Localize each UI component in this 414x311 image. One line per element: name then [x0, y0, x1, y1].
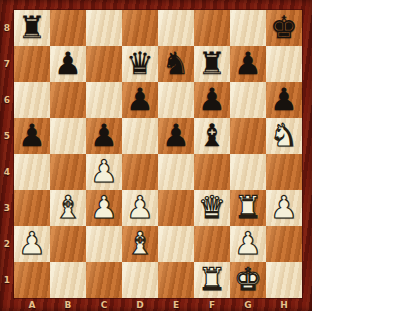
file-label-a: A — [14, 298, 50, 311]
white-queen-f3[interactable]: ♛ — [194, 189, 230, 225]
square-a2[interactable]: ♟ — [14, 226, 50, 262]
square-f6[interactable]: ♟ — [194, 82, 230, 118]
square-a5[interactable]: ♟ — [14, 118, 50, 154]
square-h7[interactable] — [266, 46, 302, 82]
black-pawn-g7[interactable]: ♟ — [230, 45, 266, 81]
square-b5[interactable] — [50, 118, 86, 154]
file-label-f: F — [194, 298, 230, 311]
square-g1[interactable]: ♚ — [230, 262, 266, 298]
square-g3[interactable]: ♜ — [230, 190, 266, 226]
white-pawn-g2[interactable]: ♟ — [230, 225, 266, 261]
screenshot: 87654321 ♜♚♟♛♞♜♟♟♟♟♟♟♟♝♞♟♝♟♟♛♜♟♟♝♟♜♚ ABC… — [0, 0, 414, 311]
rank-label-7: 7 — [0, 46, 14, 82]
square-f5[interactable]: ♝ — [194, 118, 230, 154]
rank-label-3: 3 — [0, 190, 14, 226]
square-h1[interactable] — [266, 262, 302, 298]
square-g2[interactable]: ♟ — [230, 226, 266, 262]
square-g4[interactable] — [230, 154, 266, 190]
square-d8[interactable] — [122, 10, 158, 46]
square-g7[interactable]: ♟ — [230, 46, 266, 82]
square-c6[interactable] — [86, 82, 122, 118]
square-c4[interactable]: ♟ — [86, 154, 122, 190]
square-h8[interactable]: ♚ — [266, 10, 302, 46]
square-e3[interactable] — [158, 190, 194, 226]
white-rook-f1[interactable]: ♜ — [194, 261, 230, 297]
square-a7[interactable] — [14, 46, 50, 82]
square-a3[interactable] — [14, 190, 50, 226]
black-pawn-e5[interactable]: ♟ — [158, 117, 194, 153]
file-label-g: G — [230, 298, 266, 311]
square-a8[interactable]: ♜ — [14, 10, 50, 46]
square-c5[interactable]: ♟ — [86, 118, 122, 154]
square-f2[interactable] — [194, 226, 230, 262]
rank-label-5: 5 — [0, 118, 14, 154]
square-h3[interactable]: ♟ — [266, 190, 302, 226]
square-c7[interactable] — [86, 46, 122, 82]
black-pawn-c5[interactable]: ♟ — [86, 117, 122, 153]
white-king-g1[interactable]: ♚ — [230, 261, 266, 297]
square-d3[interactable]: ♟ — [122, 190, 158, 226]
square-g8[interactable] — [230, 10, 266, 46]
white-pawn-h3[interactable]: ♟ — [266, 189, 302, 225]
white-knight-h5[interactable]: ♞ — [266, 117, 302, 153]
file-label-d: D — [122, 298, 158, 311]
square-e4[interactable] — [158, 154, 194, 190]
square-e5[interactable]: ♟ — [158, 118, 194, 154]
square-e1[interactable] — [158, 262, 194, 298]
white-pawn-c3[interactable]: ♟ — [86, 189, 122, 225]
rank-label-2: 2 — [0, 226, 14, 262]
black-king-h8[interactable]: ♚ — [266, 9, 302, 45]
square-b6[interactable] — [50, 82, 86, 118]
square-d7[interactable]: ♛ — [122, 46, 158, 82]
black-pawn-h6[interactable]: ♟ — [266, 81, 302, 117]
white-bishop-d2[interactable]: ♝ — [122, 225, 158, 261]
square-c1[interactable] — [86, 262, 122, 298]
square-d2[interactable]: ♝ — [122, 226, 158, 262]
black-pawn-a5[interactable]: ♟ — [14, 117, 50, 153]
square-e7[interactable]: ♞ — [158, 46, 194, 82]
black-queen-d7[interactable]: ♛ — [122, 45, 158, 81]
square-e2[interactable] — [158, 226, 194, 262]
black-rook-f7[interactable]: ♜ — [194, 45, 230, 81]
black-bishop-f5[interactable]: ♝ — [194, 117, 230, 153]
square-b3[interactable]: ♝ — [50, 190, 86, 226]
square-b4[interactable] — [50, 154, 86, 190]
square-g6[interactable] — [230, 82, 266, 118]
page-background — [312, 0, 414, 311]
chessboard-frame: 87654321 ♜♚♟♛♞♜♟♟♟♟♟♟♟♝♞♟♝♟♟♛♜♟♟♝♟♜♚ ABC… — [0, 0, 312, 311]
black-pawn-f6[interactable]: ♟ — [194, 81, 230, 117]
white-pawn-a2[interactable]: ♟ — [14, 225, 50, 261]
rank-label-4: 4 — [0, 154, 14, 190]
square-a6[interactable] — [14, 82, 50, 118]
white-pawn-c4[interactable]: ♟ — [86, 153, 122, 189]
square-h4[interactable] — [266, 154, 302, 190]
rank-labels: 87654321 — [0, 10, 14, 298]
square-h2[interactable] — [266, 226, 302, 262]
square-c3[interactable]: ♟ — [86, 190, 122, 226]
rank-label-1: 1 — [0, 262, 14, 298]
black-rook-a8[interactable]: ♜ — [14, 9, 50, 45]
square-h6[interactable]: ♟ — [266, 82, 302, 118]
square-f8[interactable] — [194, 10, 230, 46]
black-knight-e7[interactable]: ♞ — [158, 45, 194, 81]
square-e6[interactable] — [158, 82, 194, 118]
rank-label-8: 8 — [0, 10, 14, 46]
file-label-c: C — [86, 298, 122, 311]
square-c8[interactable] — [86, 10, 122, 46]
square-b8[interactable] — [50, 10, 86, 46]
square-a4[interactable] — [14, 154, 50, 190]
chessboard[interactable]: ♜♚♟♛♞♜♟♟♟♟♟♟♟♝♞♟♝♟♟♛♜♟♟♝♟♜♚ — [14, 10, 302, 298]
black-pawn-d6[interactable]: ♟ — [122, 81, 158, 117]
square-f1[interactable]: ♜ — [194, 262, 230, 298]
square-e8[interactable] — [158, 10, 194, 46]
square-f7[interactable]: ♜ — [194, 46, 230, 82]
white-bishop-b3[interactable]: ♝ — [50, 189, 86, 225]
square-f4[interactable] — [194, 154, 230, 190]
square-g5[interactable] — [230, 118, 266, 154]
file-label-e: E — [158, 298, 194, 311]
square-d5[interactable] — [122, 118, 158, 154]
square-b2[interactable] — [50, 226, 86, 262]
file-labels: ABCDEFGH — [14, 298, 302, 311]
square-f3[interactable]: ♛ — [194, 190, 230, 226]
square-h5[interactable]: ♞ — [266, 118, 302, 154]
square-d4[interactable] — [122, 154, 158, 190]
white-rook-g3[interactable]: ♜ — [230, 189, 266, 225]
file-label-h: H — [266, 298, 302, 311]
black-pawn-b7[interactable]: ♟ — [50, 45, 86, 81]
square-b1[interactable] — [50, 262, 86, 298]
rank-label-6: 6 — [0, 82, 14, 118]
square-d1[interactable] — [122, 262, 158, 298]
square-b7[interactable]: ♟ — [50, 46, 86, 82]
file-label-b: B — [50, 298, 86, 311]
white-pawn-d3[interactable]: ♟ — [122, 189, 158, 225]
square-d6[interactable]: ♟ — [122, 82, 158, 118]
square-c2[interactable] — [86, 226, 122, 262]
square-a1[interactable] — [14, 262, 50, 298]
